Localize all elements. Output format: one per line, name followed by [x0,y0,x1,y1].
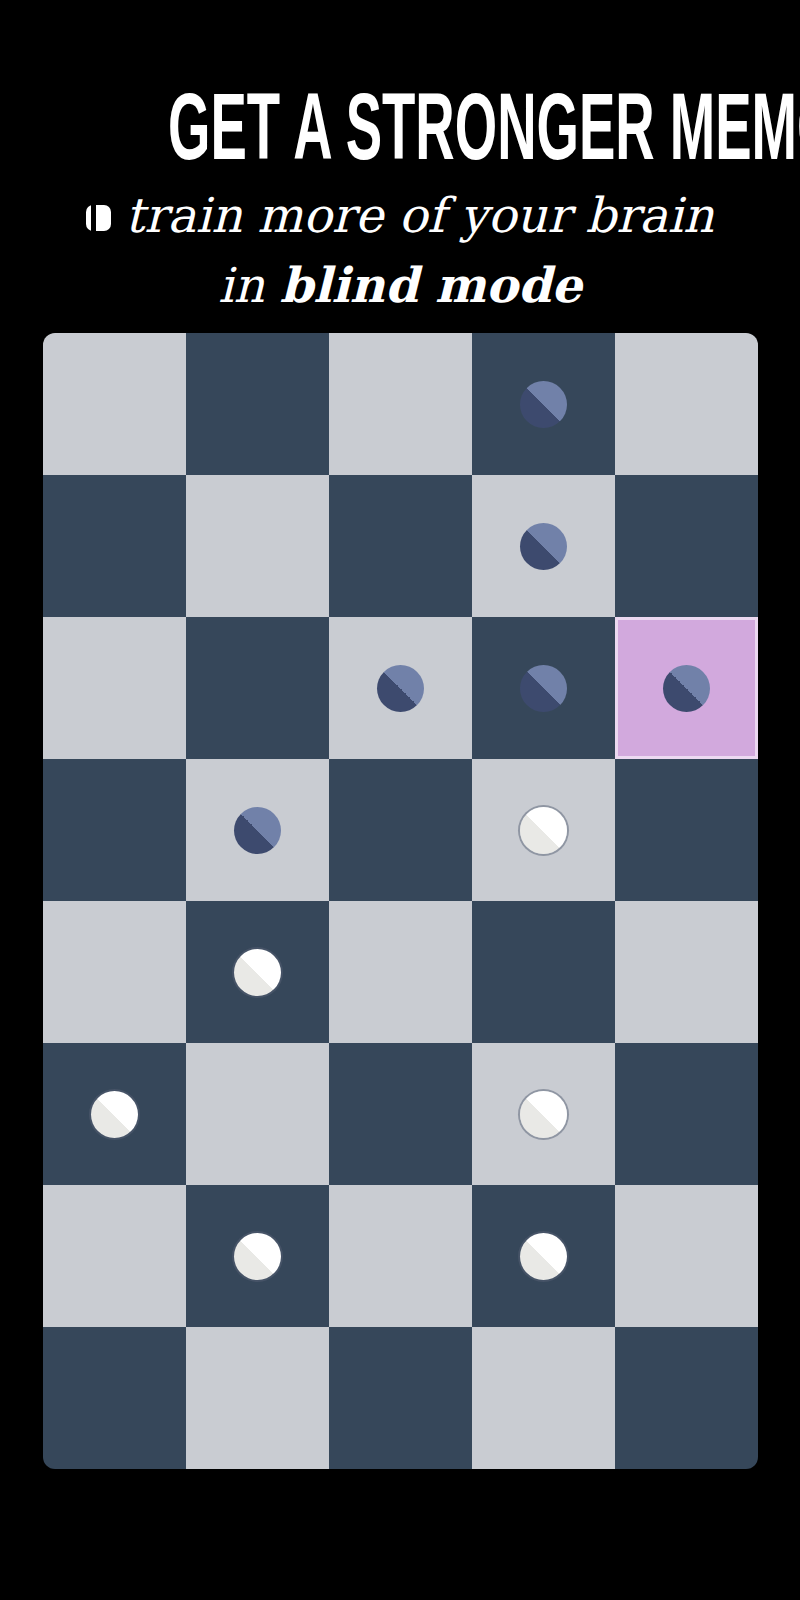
board-square[interactable] [329,475,472,617]
board-square[interactable] [186,333,329,475]
dark-piece[interactable] [234,807,281,854]
highlighted-square[interactable] [615,617,758,759]
board-square[interactable] [472,759,615,901]
board-square[interactable] [186,901,329,1043]
board-square[interactable] [615,1043,758,1185]
board-square[interactable] [43,759,186,901]
board-square[interactable] [615,475,758,617]
dark-piece[interactable] [377,665,424,712]
board-square[interactable] [615,333,758,475]
board-square[interactable] [472,1043,615,1185]
board-square[interactable] [43,475,186,617]
board-square[interactable] [43,617,186,759]
board-square[interactable] [615,901,758,1043]
dark-piece[interactable] [520,665,567,712]
dark-piece[interactable] [663,665,710,712]
board-square[interactable] [615,759,758,901]
white-piece[interactable] [234,949,281,996]
board-square[interactable] [43,901,186,1043]
dark-piece[interactable] [520,381,567,428]
board-square[interactable] [43,1327,186,1469]
board-square[interactable] [472,1185,615,1327]
white-piece[interactable] [234,1233,281,1280]
board-square[interactable] [329,1327,472,1469]
board-square[interactable] [329,759,472,901]
board-square[interactable] [472,475,615,617]
board-square[interactable] [329,617,472,759]
board-square[interactable] [186,1327,329,1469]
board-square[interactable] [472,901,615,1043]
board-square[interactable] [186,617,329,759]
board-square[interactable] [615,1185,758,1327]
white-piece[interactable] [91,1091,138,1138]
board-square[interactable] [615,1327,758,1469]
board-square[interactable] [329,901,472,1043]
board-square[interactable] [472,617,615,759]
board-square[interactable] [329,1043,472,1185]
page-title: GET A STRONGER MEMORY [168,80,632,174]
mode-prefix: in [218,257,280,313]
subtitle: train more of your brain [0,190,800,240]
board [43,333,758,1469]
board-square[interactable] [43,1043,186,1185]
board-square[interactable] [329,333,472,475]
board-square[interactable] [43,333,186,475]
dark-piece[interactable] [520,523,567,570]
white-piece[interactable] [520,1233,567,1280]
board-square[interactable] [472,1327,615,1469]
white-piece[interactable] [520,807,567,854]
mode-name: blind mode [280,257,582,313]
board-square[interactable] [472,333,615,475]
blind-mode-icon [86,205,111,231]
white-piece[interactable] [520,1091,567,1138]
board-square[interactable] [186,1043,329,1185]
board-square[interactable] [43,1185,186,1327]
subtitle-mode-line: in blind mode [0,260,800,310]
board-square[interactable] [186,475,329,617]
board-square[interactable] [329,1185,472,1327]
board-square[interactable] [186,1185,329,1327]
subtitle-text: train more of your brain [125,187,714,243]
board-square[interactable] [186,759,329,901]
